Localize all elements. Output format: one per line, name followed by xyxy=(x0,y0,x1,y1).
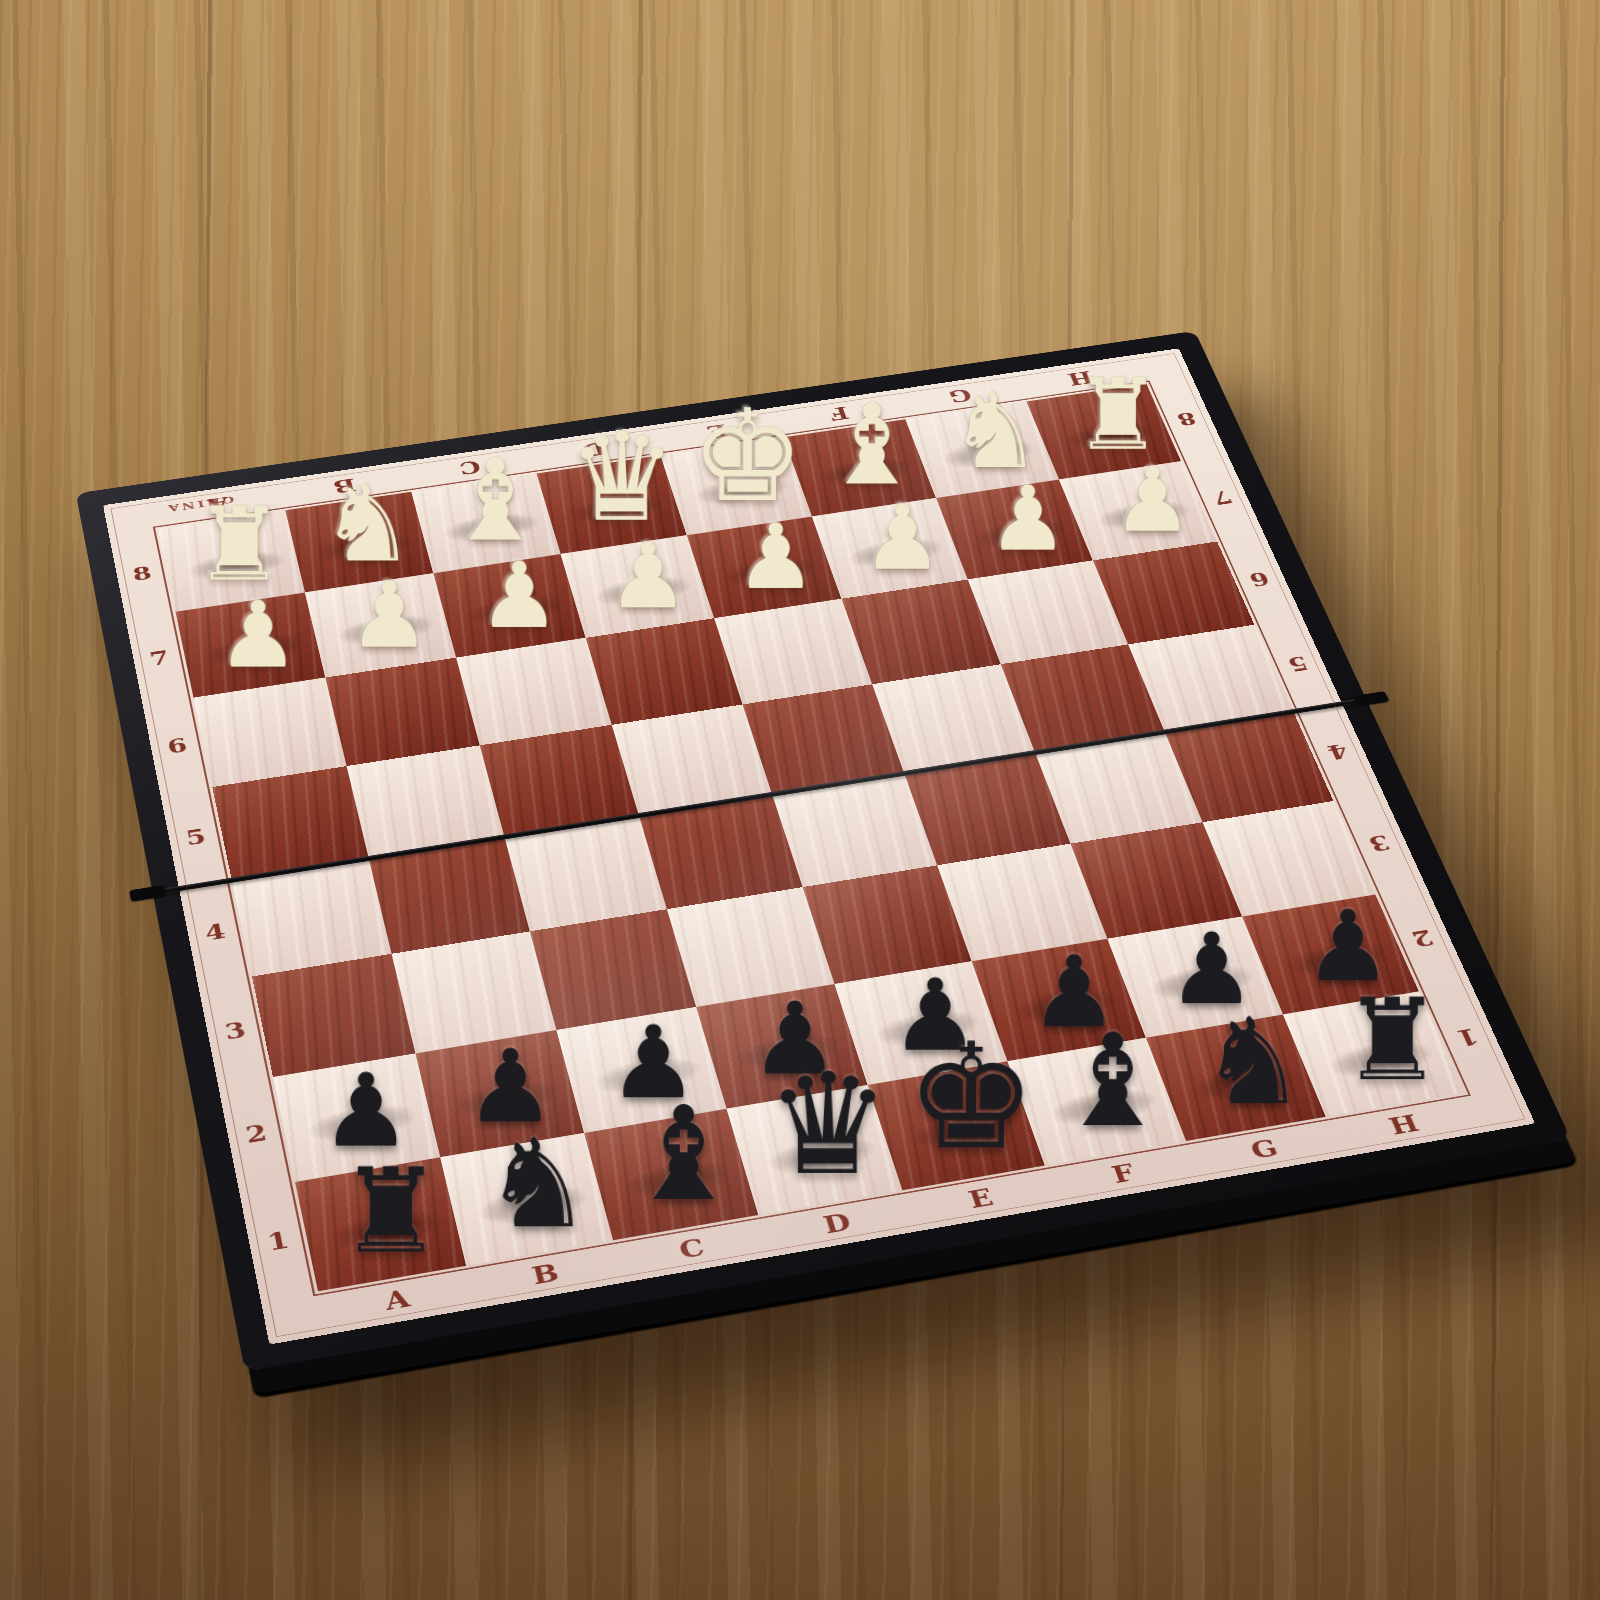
piece-white-pawn-d7[interactable]: ♟ xyxy=(608,531,689,622)
piece-white-king-e8[interactable]: ♚ xyxy=(691,393,805,520)
wooden-table: CHINA ABCDEFGH8♜♞♝♛♚♝♞♜87♟♟♟♟♟♟♟♟7665544… xyxy=(0,0,1600,1600)
scene: CHINA ABCDEFGH8♜♞♝♛♚♝♞♜87♟♟♟♟♟♟♟♟7665544… xyxy=(0,0,1600,1600)
piece-white-knight-b8[interactable]: ♞ xyxy=(320,470,416,577)
chess-board: CHINA ABCDEFGH8♜♞♝♛♚♝♞♜87♟♟♟♟♟♟♟♟7665544… xyxy=(76,331,1571,1372)
piece-white-pawn-h7[interactable]: ♟ xyxy=(1113,456,1193,545)
piece-white-queen-d8[interactable]: ♛ xyxy=(567,417,676,539)
piece-black-bishop-f1[interactable]: ♝ xyxy=(1055,1018,1170,1146)
piece-black-king-e1[interactable]: ♚ xyxy=(906,1024,1037,1170)
rank-label-left-7: 7 xyxy=(126,612,194,706)
piece-black-knight-b1[interactable]: ♞ xyxy=(483,1122,593,1245)
piece-black-queen-d1[interactable]: ♛ xyxy=(765,1055,891,1195)
piece-white-pawn-f7[interactable]: ♟ xyxy=(862,493,942,583)
hinge-right xyxy=(1353,691,1390,706)
piece-white-bishop-f8[interactable]: ♝ xyxy=(822,390,922,502)
piece-black-knight-g1[interactable]: ♞ xyxy=(1199,1001,1306,1121)
piece-white-rook-a8[interactable]: ♜ xyxy=(193,494,284,596)
piece-white-pawn-a7[interactable]: ♟ xyxy=(217,590,299,682)
square-b6[interactable] xyxy=(325,658,479,766)
piece-black-rook-a1[interactable]: ♜ xyxy=(338,1154,443,1271)
board-face: CHINA ABCDEFGH8♜♞♝♛♚♝♞♜87♟♟♟♟♟♟♟♟7665544… xyxy=(103,348,1535,1344)
piece-white-pawn-c7[interactable]: ♟ xyxy=(478,551,560,642)
piece-black-bishop-c1[interactable]: ♝ xyxy=(625,1090,741,1220)
square-a7[interactable]: ♟ xyxy=(175,592,325,697)
piece-white-pawn-g7[interactable]: ♟ xyxy=(988,475,1068,564)
hinge-left xyxy=(129,885,166,902)
border-corner-bottom-left xyxy=(261,1291,327,1344)
piece-white-pawn-b7[interactable]: ♟ xyxy=(348,570,430,661)
piece-white-bishop-c8[interactable]: ♝ xyxy=(445,445,546,558)
piece-white-pawn-e7[interactable]: ♟ xyxy=(735,512,816,602)
square-a4[interactable] xyxy=(232,858,392,976)
board-frame: CHINA ABCDEFGH8♜♞♝♛♚♝♞♜87♟♟♟♟♟♟♟♟7665544… xyxy=(76,331,1571,1372)
piece-black-rook-h1[interactable]: ♜ xyxy=(1341,984,1442,1097)
